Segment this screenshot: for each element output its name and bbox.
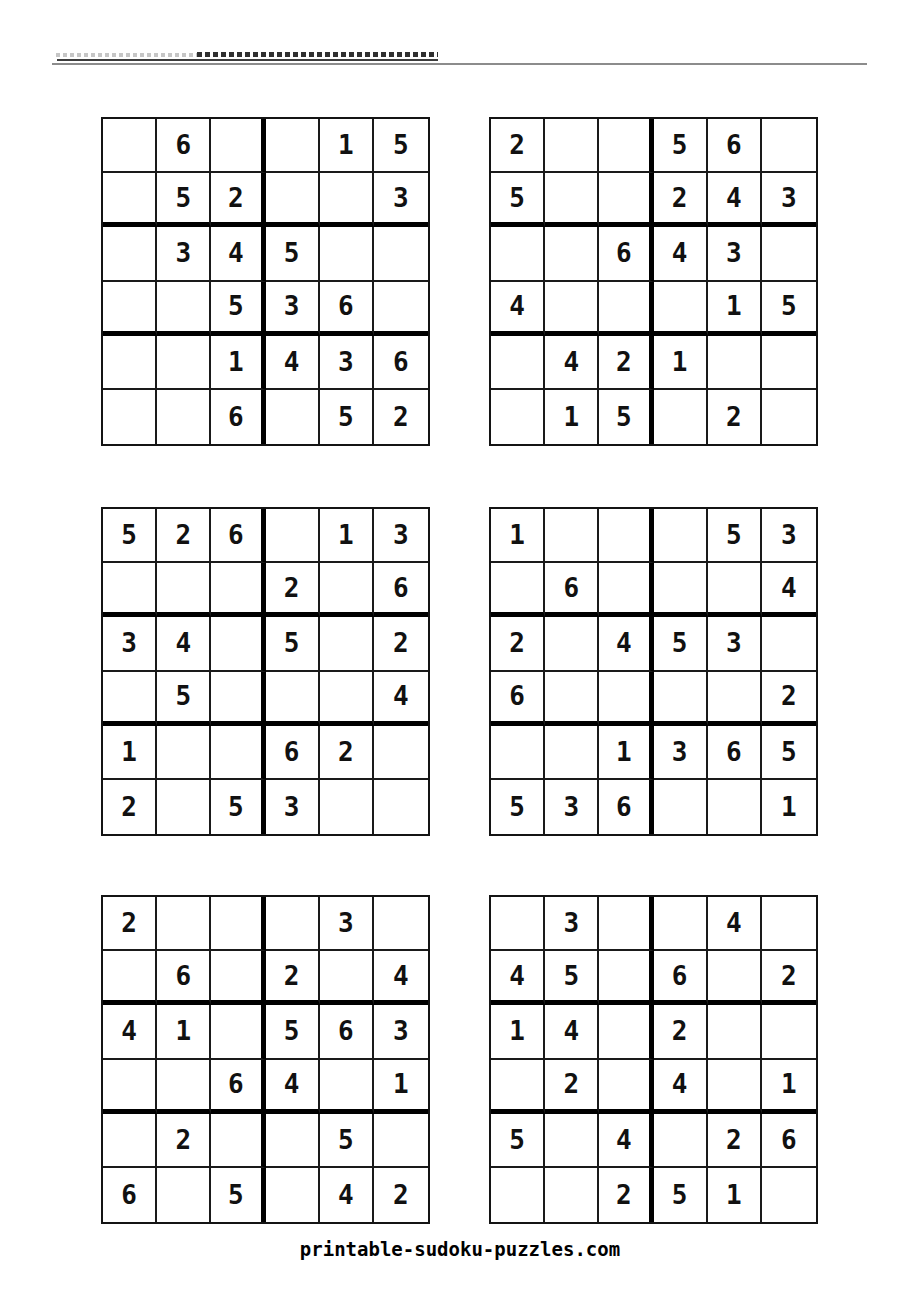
cell-r6c1: 5 bbox=[491, 780, 545, 834]
cell-r6c3: 5 bbox=[211, 780, 265, 834]
cell-r4c6: 1 bbox=[762, 1060, 816, 1114]
cell-r2c1 bbox=[491, 563, 545, 617]
cell-r4c4: 3 bbox=[266, 282, 320, 336]
cell-r5c1 bbox=[103, 336, 157, 390]
cell-r1c4 bbox=[654, 509, 708, 563]
cell-r2c2 bbox=[157, 563, 211, 617]
cell-r5c1 bbox=[491, 726, 545, 780]
cell-r5c3: 4 bbox=[599, 1114, 653, 1168]
cell-r2c5 bbox=[708, 951, 762, 1005]
cell-r3c2 bbox=[545, 227, 599, 281]
cell-r2c2: 5 bbox=[157, 173, 211, 227]
cell-r6c4 bbox=[654, 780, 708, 834]
cell-r6c5: 2 bbox=[708, 390, 762, 444]
cell-r5c5: 6 bbox=[708, 726, 762, 780]
cell-r1c1: 5 bbox=[103, 509, 157, 563]
cell-r4c4: 4 bbox=[266, 1060, 320, 1114]
cell-r3c5 bbox=[320, 617, 374, 671]
cell-r6c6: 2 bbox=[374, 390, 428, 444]
cell-r4c3: 5 bbox=[211, 282, 265, 336]
sudoku-grid-2: 2565243643415421152 bbox=[489, 117, 818, 446]
cell-r3c6 bbox=[762, 1005, 816, 1059]
cell-r6c2: 3 bbox=[545, 780, 599, 834]
cell-r4c1 bbox=[103, 282, 157, 336]
cell-r6c3: 6 bbox=[211, 390, 265, 444]
cell-r6c4 bbox=[654, 390, 708, 444]
cell-r4c3 bbox=[211, 672, 265, 726]
cell-r4c4 bbox=[654, 282, 708, 336]
cell-r4c1 bbox=[491, 1060, 545, 1114]
cell-r4c6: 4 bbox=[374, 672, 428, 726]
cell-r1c4 bbox=[654, 897, 708, 951]
cell-r6c5: 1 bbox=[708, 1168, 762, 1222]
cell-r4c2 bbox=[157, 282, 211, 336]
cell-r4c2 bbox=[157, 1060, 211, 1114]
cell-r6c1 bbox=[491, 1168, 545, 1222]
cell-r3c2: 4 bbox=[157, 617, 211, 671]
cell-r3c4: 5 bbox=[266, 617, 320, 671]
cell-r1c6 bbox=[374, 897, 428, 951]
sudoku-grid-1: 6155233455361436652 bbox=[101, 117, 430, 446]
cell-r4c5: 6 bbox=[320, 282, 374, 336]
cell-r1c6 bbox=[762, 897, 816, 951]
cell-r4c6: 5 bbox=[762, 282, 816, 336]
cell-r1c3 bbox=[211, 119, 265, 173]
cell-r4c5 bbox=[708, 1060, 762, 1114]
cell-r5c6: 5 bbox=[762, 726, 816, 780]
cell-r1c3: 6 bbox=[211, 509, 265, 563]
cell-r2c6: 2 bbox=[762, 951, 816, 1005]
cell-r5c5: 3 bbox=[320, 336, 374, 390]
cell-r3c2 bbox=[545, 617, 599, 671]
cell-r4c3 bbox=[599, 672, 653, 726]
cell-r5c3 bbox=[211, 1114, 265, 1168]
cell-r1c3 bbox=[211, 897, 265, 951]
cell-r5c4 bbox=[654, 1114, 708, 1168]
cell-r1c4: 5 bbox=[654, 119, 708, 173]
cell-r6c3: 2 bbox=[599, 1168, 653, 1222]
cell-r1c1: 2 bbox=[103, 897, 157, 951]
cell-r1c2: 2 bbox=[157, 509, 211, 563]
cell-r2c4 bbox=[266, 173, 320, 227]
cell-r3c2: 3 bbox=[157, 227, 211, 281]
cell-r5c4: 3 bbox=[654, 726, 708, 780]
header-underline bbox=[57, 59, 438, 61]
cell-r2c6: 4 bbox=[762, 563, 816, 617]
cell-r2c4: 2 bbox=[654, 173, 708, 227]
cell-r4c1: 4 bbox=[491, 282, 545, 336]
cell-r5c6: 6 bbox=[374, 336, 428, 390]
cell-r3c4: 4 bbox=[654, 227, 708, 281]
cell-r4c4: 4 bbox=[654, 1060, 708, 1114]
cell-r3c3 bbox=[599, 1005, 653, 1059]
cell-r5c6 bbox=[374, 726, 428, 780]
cell-r4c6: 2 bbox=[762, 672, 816, 726]
cell-r1c2 bbox=[545, 119, 599, 173]
cell-r2c6: 3 bbox=[762, 173, 816, 227]
cell-r1c5: 4 bbox=[708, 897, 762, 951]
sudoku-grid-6: 3445621422415426251 bbox=[489, 895, 818, 1224]
cell-r4c2 bbox=[545, 282, 599, 336]
cell-r2c1: 4 bbox=[491, 951, 545, 1005]
cell-r2c1 bbox=[103, 951, 157, 1005]
cell-r1c5: 1 bbox=[320, 509, 374, 563]
cell-r5c3: 1 bbox=[211, 336, 265, 390]
cell-r5c2 bbox=[157, 726, 211, 780]
cell-r1c3 bbox=[599, 119, 653, 173]
cell-r4c6 bbox=[374, 282, 428, 336]
cell-r1c1 bbox=[103, 119, 157, 173]
cell-r3c5 bbox=[708, 1005, 762, 1059]
cell-r6c5 bbox=[708, 780, 762, 834]
cell-r5c5: 2 bbox=[708, 1114, 762, 1168]
cell-r1c5: 1 bbox=[320, 119, 374, 173]
cell-r5c3: 2 bbox=[599, 336, 653, 390]
cell-r6c2 bbox=[157, 390, 211, 444]
cell-r6c4 bbox=[266, 1168, 320, 1222]
cell-r6c5 bbox=[320, 780, 374, 834]
cell-r4c4 bbox=[654, 672, 708, 726]
cell-r2c2 bbox=[545, 173, 599, 227]
cell-r3c6 bbox=[762, 227, 816, 281]
cell-r2c5: 4 bbox=[708, 173, 762, 227]
cell-r5c5 bbox=[708, 336, 762, 390]
cell-r4c5 bbox=[708, 672, 762, 726]
cell-r5c2: 4 bbox=[545, 336, 599, 390]
cell-r2c1: 5 bbox=[491, 173, 545, 227]
cell-r2c3 bbox=[599, 951, 653, 1005]
cell-r6c2 bbox=[157, 1168, 211, 1222]
cell-r6c2: 1 bbox=[545, 390, 599, 444]
cell-r4c1 bbox=[103, 1060, 157, 1114]
cell-r1c5: 3 bbox=[320, 897, 374, 951]
cell-r1c4 bbox=[266, 509, 320, 563]
cell-r3c1 bbox=[103, 227, 157, 281]
cell-r5c5: 5 bbox=[320, 1114, 374, 1168]
cell-r3c5: 3 bbox=[708, 617, 762, 671]
cell-r3c4: 2 bbox=[654, 1005, 708, 1059]
cell-r3c6 bbox=[762, 617, 816, 671]
cell-r6c3: 5 bbox=[599, 390, 653, 444]
cell-r3c3: 6 bbox=[599, 227, 653, 281]
cell-r6c6 bbox=[762, 390, 816, 444]
cell-r6c1: 6 bbox=[103, 1168, 157, 1222]
cell-r3c5 bbox=[320, 227, 374, 281]
cell-r4c5 bbox=[320, 1060, 374, 1114]
cell-r5c2 bbox=[157, 336, 211, 390]
cell-r6c1: 2 bbox=[103, 780, 157, 834]
header-dashed-line-light bbox=[56, 53, 197, 57]
cell-r2c4: 6 bbox=[654, 951, 708, 1005]
sudoku-grid-3: 5261326345254162253 bbox=[101, 507, 430, 836]
cell-r3c3 bbox=[211, 617, 265, 671]
cell-r5c4 bbox=[266, 1114, 320, 1168]
cell-r6c4 bbox=[266, 390, 320, 444]
cell-r6c2 bbox=[157, 780, 211, 834]
cell-r1c4 bbox=[266, 897, 320, 951]
cell-r3c1: 2 bbox=[491, 617, 545, 671]
cell-r5c4: 4 bbox=[266, 336, 320, 390]
cell-r2c6: 3 bbox=[374, 173, 428, 227]
cell-r3c1: 4 bbox=[103, 1005, 157, 1059]
cell-r3c3: 4 bbox=[599, 617, 653, 671]
cell-r5c1: 1 bbox=[103, 726, 157, 780]
cell-r1c6: 3 bbox=[762, 509, 816, 563]
cell-r5c6 bbox=[374, 1114, 428, 1168]
cell-r2c4: 2 bbox=[266, 951, 320, 1005]
cell-r6c6 bbox=[374, 780, 428, 834]
cell-r1c4 bbox=[266, 119, 320, 173]
cell-r1c5: 5 bbox=[708, 509, 762, 563]
cell-r2c5 bbox=[320, 563, 374, 617]
cell-r2c3 bbox=[211, 563, 265, 617]
cell-r3c4: 5 bbox=[266, 227, 320, 281]
cell-r1c6 bbox=[762, 119, 816, 173]
cell-r1c2: 6 bbox=[157, 119, 211, 173]
cell-r2c3 bbox=[211, 951, 265, 1005]
cell-r4c5 bbox=[320, 672, 374, 726]
cell-r3c6 bbox=[374, 227, 428, 281]
cell-r6c3: 5 bbox=[211, 1168, 265, 1222]
cell-r6c6 bbox=[762, 1168, 816, 1222]
cell-r4c6: 1 bbox=[374, 1060, 428, 1114]
cell-r1c1: 2 bbox=[491, 119, 545, 173]
cell-r2c6: 4 bbox=[374, 951, 428, 1005]
cell-r4c3 bbox=[599, 1060, 653, 1114]
cell-r2c6: 6 bbox=[374, 563, 428, 617]
cell-r1c2: 3 bbox=[545, 897, 599, 951]
cell-r5c5: 2 bbox=[320, 726, 374, 780]
cell-r4c2 bbox=[545, 672, 599, 726]
cell-r2c1 bbox=[103, 563, 157, 617]
cell-r4c5: 1 bbox=[708, 282, 762, 336]
cell-r3c5: 3 bbox=[708, 227, 762, 281]
cell-r2c5 bbox=[320, 173, 374, 227]
cell-r2c5 bbox=[320, 951, 374, 1005]
cell-r5c3: 1 bbox=[599, 726, 653, 780]
cell-r2c2: 5 bbox=[545, 951, 599, 1005]
page: 6155233455361436652 2565243643415421152 … bbox=[0, 0, 920, 1302]
cell-r5c2: 2 bbox=[157, 1114, 211, 1168]
cell-r4c1 bbox=[103, 672, 157, 726]
cell-r4c3: 6 bbox=[211, 1060, 265, 1114]
cell-r6c5: 4 bbox=[320, 1168, 374, 1222]
cell-r6c1 bbox=[103, 390, 157, 444]
cell-r3c4: 5 bbox=[654, 617, 708, 671]
cell-r6c5: 5 bbox=[320, 390, 374, 444]
cell-r3c3 bbox=[211, 1005, 265, 1059]
cell-r1c1 bbox=[491, 897, 545, 951]
header-rule bbox=[52, 63, 867, 65]
cell-r3c1: 1 bbox=[491, 1005, 545, 1059]
cell-r5c3 bbox=[211, 726, 265, 780]
cell-r2c5 bbox=[708, 563, 762, 617]
cell-r4c2: 5 bbox=[157, 672, 211, 726]
cell-r6c4: 5 bbox=[654, 1168, 708, 1222]
cell-r6c2 bbox=[545, 1168, 599, 1222]
cell-r1c5: 6 bbox=[708, 119, 762, 173]
cell-r4c3 bbox=[599, 282, 653, 336]
cell-r3c1 bbox=[491, 227, 545, 281]
cell-r3c3: 4 bbox=[211, 227, 265, 281]
cell-r6c4: 3 bbox=[266, 780, 320, 834]
cell-r6c1 bbox=[491, 390, 545, 444]
cell-r5c2 bbox=[545, 1114, 599, 1168]
cell-r5c6: 6 bbox=[762, 1114, 816, 1168]
cell-r3c6: 2 bbox=[374, 617, 428, 671]
cell-r1c3 bbox=[599, 897, 653, 951]
cell-r1c3 bbox=[599, 509, 653, 563]
cell-r6c6: 1 bbox=[762, 780, 816, 834]
footer-site-text: printable-sudoku-puzzles.com bbox=[0, 1238, 920, 1260]
cell-r3c5: 6 bbox=[320, 1005, 374, 1059]
cell-r2c3: 2 bbox=[211, 173, 265, 227]
cell-r2c2: 6 bbox=[157, 951, 211, 1005]
cell-r3c2: 4 bbox=[545, 1005, 599, 1059]
sudoku-grid-4: 1536424536213655361 bbox=[489, 507, 818, 836]
cell-r6c6: 2 bbox=[374, 1168, 428, 1222]
cell-r5c4: 1 bbox=[654, 336, 708, 390]
cell-r3c4: 5 bbox=[266, 1005, 320, 1059]
cell-r3c2: 1 bbox=[157, 1005, 211, 1059]
cell-r5c1 bbox=[491, 336, 545, 390]
cell-r2c1 bbox=[103, 173, 157, 227]
header-dashed-line-dark bbox=[197, 52, 438, 57]
cell-r2c3 bbox=[599, 173, 653, 227]
cell-r5c4: 6 bbox=[266, 726, 320, 780]
cell-r2c4: 2 bbox=[266, 563, 320, 617]
cell-r5c1 bbox=[103, 1114, 157, 1168]
cell-r3c6: 3 bbox=[374, 1005, 428, 1059]
cell-r2c3 bbox=[599, 563, 653, 617]
cell-r4c2: 2 bbox=[545, 1060, 599, 1114]
cell-r2c4 bbox=[654, 563, 708, 617]
cell-r1c2 bbox=[157, 897, 211, 951]
cell-r6c3: 6 bbox=[599, 780, 653, 834]
cell-r5c1: 5 bbox=[491, 1114, 545, 1168]
cell-r1c6: 5 bbox=[374, 119, 428, 173]
sudoku-grid-5: 2362441563641256542 bbox=[101, 895, 430, 1224]
cell-r4c4 bbox=[266, 672, 320, 726]
cell-r1c6: 3 bbox=[374, 509, 428, 563]
cell-r2c2: 6 bbox=[545, 563, 599, 617]
cell-r5c6 bbox=[762, 336, 816, 390]
cell-r1c1: 1 bbox=[491, 509, 545, 563]
cell-r1c2 bbox=[545, 509, 599, 563]
cell-r4c1: 6 bbox=[491, 672, 545, 726]
cell-r3c1: 3 bbox=[103, 617, 157, 671]
cell-r5c2 bbox=[545, 726, 599, 780]
